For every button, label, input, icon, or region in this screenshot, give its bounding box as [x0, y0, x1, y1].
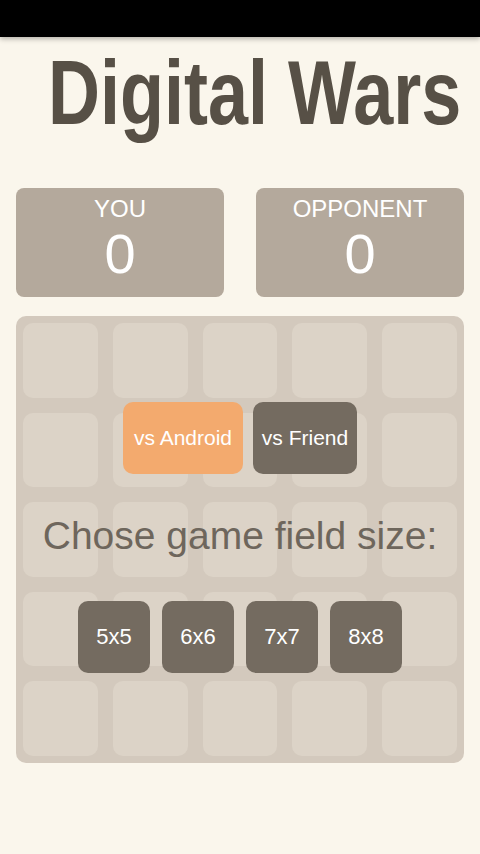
- scoreboard: YOU 0 OPPONENT 0: [0, 188, 480, 297]
- board-cell: [113, 681, 188, 756]
- app-title: Digital Wars: [48, 37, 432, 149]
- board-cell: [292, 681, 367, 756]
- board-cell: [23, 681, 98, 756]
- you-score: 0: [16, 223, 224, 285]
- size-button-5x5[interactable]: 5x5: [78, 601, 150, 673]
- field-size-prompt: Chose game field size:: [16, 512, 464, 560]
- board-cell: [203, 323, 278, 398]
- board-cell: [23, 323, 98, 398]
- field-size-options: 5x5 6x6 7x7 8x8: [16, 601, 464, 673]
- board-cell: [292, 323, 367, 398]
- vs-android-button[interactable]: vs Android: [123, 402, 243, 474]
- you-label: YOU: [16, 195, 224, 223]
- score-panel-opponent: OPPONENT 0: [256, 188, 464, 297]
- board-cell: [382, 681, 457, 756]
- size-button-6x6[interactable]: 6x6: [162, 601, 234, 673]
- score-panel-you: YOU 0: [16, 188, 224, 297]
- board-cell: [113, 323, 188, 398]
- size-button-8x8[interactable]: 8x8: [330, 601, 402, 673]
- opponent-label: OPPONENT: [256, 195, 464, 223]
- vs-friend-button[interactable]: vs Friend: [253, 402, 357, 474]
- opponent-score: 0: [256, 223, 464, 285]
- size-button-7x7[interactable]: 7x7: [246, 601, 318, 673]
- board-cell: [382, 413, 457, 488]
- board-cell: [203, 681, 278, 756]
- board-cell: [23, 413, 98, 488]
- status-bar: [0, 0, 480, 37]
- board-cell: [382, 323, 457, 398]
- game-board: vs Android vs Friend Chose game field si…: [16, 316, 464, 763]
